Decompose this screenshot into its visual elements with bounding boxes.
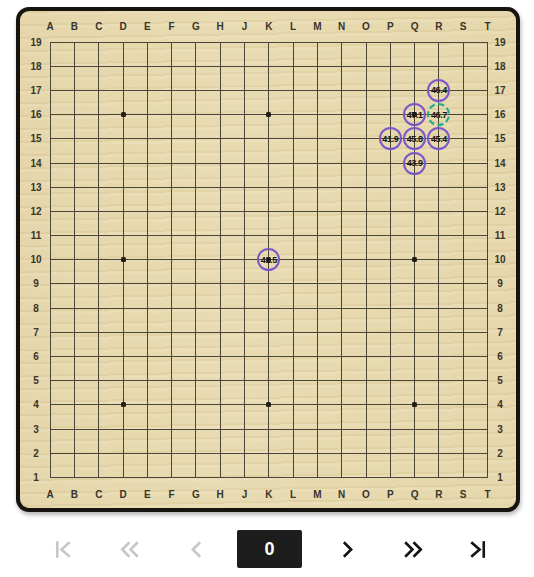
intersection-N17[interactable] (330, 78, 354, 102)
intersection-D8[interactable] (111, 296, 135, 320)
intersection-T13[interactable] (475, 175, 499, 199)
intersection-Q19[interactable] (402, 30, 426, 54)
intersection-J16[interactable] (232, 103, 256, 127)
intersection-D6[interactable] (111, 344, 135, 368)
intersection-L17[interactable] (281, 78, 305, 102)
intersection-N6[interactable] (330, 344, 354, 368)
intersection-F14[interactable] (159, 151, 183, 175)
intersection-H2[interactable] (208, 441, 232, 465)
analysis-mark-R16[interactable]: 46.7 (427, 103, 450, 126)
intersection-B4[interactable] (62, 393, 86, 417)
intersection-A2[interactable] (38, 441, 62, 465)
intersection-E3[interactable] (135, 417, 159, 441)
intersection-H19[interactable] (208, 30, 232, 54)
analysis-mark-R17[interactable]: 46.4 (427, 79, 450, 102)
intersection-Q10[interactable] (402, 248, 426, 272)
intersection-L6[interactable] (281, 344, 305, 368)
intersection-F12[interactable] (159, 199, 183, 223)
intersection-Q5[interactable] (402, 369, 426, 393)
intersection-J7[interactable] (232, 320, 256, 344)
intersection-L11[interactable] (281, 224, 305, 248)
intersection-L15[interactable] (281, 127, 305, 151)
intersection-C16[interactable] (87, 103, 111, 127)
intersection-Q4[interactable] (402, 393, 426, 417)
intersection-D9[interactable] (111, 272, 135, 296)
intersection-H18[interactable] (208, 54, 232, 78)
intersection-C3[interactable] (87, 417, 111, 441)
intersection-R15[interactable]: 45.4 (427, 127, 451, 151)
intersection-O1[interactable] (354, 465, 378, 489)
intersection-G17[interactable] (184, 78, 208, 102)
intersection-T15[interactable] (475, 127, 499, 151)
intersection-Q1[interactable] (402, 465, 426, 489)
intersection-B16[interactable] (62, 103, 86, 127)
intersection-L16[interactable] (281, 103, 305, 127)
intersection-C12[interactable] (87, 199, 111, 223)
intersection-K11[interactable] (257, 224, 281, 248)
intersection-J3[interactable] (232, 417, 256, 441)
intersection-F8[interactable] (159, 296, 183, 320)
intersection-D5[interactable] (111, 369, 135, 393)
intersection-P3[interactable] (378, 417, 402, 441)
intersection-J19[interactable] (232, 30, 256, 54)
intersection-S15[interactable] (451, 127, 475, 151)
intersection-O11[interactable] (354, 224, 378, 248)
intersection-D7[interactable] (111, 320, 135, 344)
intersection-B9[interactable] (62, 272, 86, 296)
intersection-K14[interactable] (257, 151, 281, 175)
nav-back-1-button[interactable] (174, 527, 218, 571)
intersection-R13[interactable] (427, 175, 451, 199)
intersection-O2[interactable] (354, 441, 378, 465)
intersection-Q6[interactable] (402, 344, 426, 368)
intersection-K7[interactable] (257, 320, 281, 344)
intersection-T11[interactable] (475, 224, 499, 248)
intersection-B6[interactable] (62, 344, 86, 368)
intersection-E11[interactable] (135, 224, 159, 248)
intersection-L10[interactable] (281, 248, 305, 272)
intersection-S17[interactable] (451, 78, 475, 102)
intersection-O16[interactable] (354, 103, 378, 127)
intersection-B10[interactable] (62, 248, 86, 272)
intersection-G6[interactable] (184, 344, 208, 368)
intersection-B15[interactable] (62, 127, 86, 151)
intersection-C5[interactable] (87, 369, 111, 393)
intersection-Q2[interactable] (402, 441, 426, 465)
analysis-mark-K10[interactable]: 41.5 (257, 248, 280, 271)
intersection-L7[interactable] (281, 320, 305, 344)
intersection-O18[interactable] (354, 54, 378, 78)
intersection-O12[interactable] (354, 199, 378, 223)
intersection-R19[interactable] (427, 30, 451, 54)
intersection-R16[interactable]: 46.7 (427, 103, 451, 127)
intersection-E1[interactable] (135, 465, 159, 489)
intersection-S14[interactable] (451, 151, 475, 175)
intersection-S3[interactable] (451, 417, 475, 441)
intersection-D4[interactable] (111, 393, 135, 417)
intersection-P13[interactable] (378, 175, 402, 199)
intersection-M15[interactable] (305, 127, 329, 151)
intersection-Q13[interactable] (402, 175, 426, 199)
intersection-C8[interactable] (87, 296, 111, 320)
intersection-K9[interactable] (257, 272, 281, 296)
intersection-K15[interactable] (257, 127, 281, 151)
intersection-P18[interactable] (378, 54, 402, 78)
intersection-B1[interactable] (62, 465, 86, 489)
intersection-G12[interactable] (184, 199, 208, 223)
intersection-M12[interactable] (305, 199, 329, 223)
intersection-M18[interactable] (305, 54, 329, 78)
intersection-F18[interactable] (159, 54, 183, 78)
intersection-S1[interactable] (451, 465, 475, 489)
intersection-S2[interactable] (451, 441, 475, 465)
intersection-Q11[interactable] (402, 224, 426, 248)
intersection-G8[interactable] (184, 296, 208, 320)
intersection-T3[interactable] (475, 417, 499, 441)
intersection-C10[interactable] (87, 248, 111, 272)
intersection-C15[interactable] (87, 127, 111, 151)
intersection-S13[interactable] (451, 175, 475, 199)
intersection-P7[interactable] (378, 320, 402, 344)
intersection-J4[interactable] (232, 393, 256, 417)
intersection-F6[interactable] (159, 344, 183, 368)
intersection-L9[interactable] (281, 272, 305, 296)
intersection-T5[interactable] (475, 369, 499, 393)
intersection-E16[interactable] (135, 103, 159, 127)
intersection-P5[interactable] (378, 369, 402, 393)
intersection-R12[interactable] (427, 199, 451, 223)
intersection-N19[interactable] (330, 30, 354, 54)
intersection-L18[interactable] (281, 54, 305, 78)
intersection-A15[interactable] (38, 127, 62, 151)
intersection-F10[interactable] (159, 248, 183, 272)
intersection-S19[interactable] (451, 30, 475, 54)
intersection-K17[interactable] (257, 78, 281, 102)
intersection-A14[interactable] (38, 151, 62, 175)
intersection-S16[interactable] (451, 103, 475, 127)
intersection-N13[interactable] (330, 175, 354, 199)
intersection-A10[interactable] (38, 248, 62, 272)
intersection-J11[interactable] (232, 224, 256, 248)
analysis-mark-Q16[interactable]: 47.1 (403, 103, 426, 126)
intersection-H14[interactable] (208, 151, 232, 175)
nav-last-button[interactable] (455, 527, 499, 571)
intersection-T19[interactable] (475, 30, 499, 54)
intersection-G7[interactable] (184, 320, 208, 344)
intersection-Q12[interactable] (402, 199, 426, 223)
intersection-L14[interactable] (281, 151, 305, 175)
intersection-N5[interactable] (330, 369, 354, 393)
intersection-G9[interactable] (184, 272, 208, 296)
intersection-L4[interactable] (281, 393, 305, 417)
intersection-A17[interactable] (38, 78, 62, 102)
intersection-C6[interactable] (87, 344, 111, 368)
intersection-K3[interactable] (257, 417, 281, 441)
intersection-T2[interactable] (475, 441, 499, 465)
intersection-L8[interactable] (281, 296, 305, 320)
intersection-F3[interactable] (159, 417, 183, 441)
intersection-O3[interactable] (354, 417, 378, 441)
intersection-D18[interactable] (111, 54, 135, 78)
intersection-R7[interactable] (427, 320, 451, 344)
intersection-H11[interactable] (208, 224, 232, 248)
nav-forward-10-button[interactable] (391, 527, 435, 571)
intersection-G1[interactable] (184, 465, 208, 489)
intersection-L1[interactable] (281, 465, 305, 489)
intersection-G3[interactable] (184, 417, 208, 441)
intersection-F15[interactable] (159, 127, 183, 151)
intersection-P9[interactable] (378, 272, 402, 296)
intersection-H12[interactable] (208, 199, 232, 223)
intersection-G19[interactable] (184, 30, 208, 54)
intersection-S9[interactable] (451, 272, 475, 296)
intersection-G16[interactable] (184, 103, 208, 127)
intersection-B14[interactable] (62, 151, 86, 175)
intersection-Q16[interactable]: 47.1 (402, 103, 426, 127)
intersection-M9[interactable] (305, 272, 329, 296)
intersection-C1[interactable] (87, 465, 111, 489)
intersection-P14[interactable] (378, 151, 402, 175)
intersection-E2[interactable] (135, 441, 159, 465)
intersection-A7[interactable] (38, 320, 62, 344)
intersection-B2[interactable] (62, 441, 86, 465)
intersection-N1[interactable] (330, 465, 354, 489)
intersection-D13[interactable] (111, 175, 135, 199)
intersection-F19[interactable] (159, 30, 183, 54)
intersection-S4[interactable] (451, 393, 475, 417)
intersection-K12[interactable] (257, 199, 281, 223)
intersection-D17[interactable] (111, 78, 135, 102)
intersection-C13[interactable] (87, 175, 111, 199)
intersection-S10[interactable] (451, 248, 475, 272)
intersection-D14[interactable] (111, 151, 135, 175)
intersection-A6[interactable] (38, 344, 62, 368)
intersection-E18[interactable] (135, 54, 159, 78)
intersection-T1[interactable] (475, 465, 499, 489)
intersection-A13[interactable] (38, 175, 62, 199)
intersection-M16[interactable] (305, 103, 329, 127)
intersection-J2[interactable] (232, 441, 256, 465)
intersection-N8[interactable] (330, 296, 354, 320)
intersection-P19[interactable] (378, 30, 402, 54)
intersection-M14[interactable] (305, 151, 329, 175)
intersection-N16[interactable] (330, 103, 354, 127)
intersection-H9[interactable] (208, 272, 232, 296)
intersection-J9[interactable] (232, 272, 256, 296)
intersection-O6[interactable] (354, 344, 378, 368)
intersection-E15[interactable] (135, 127, 159, 151)
intersection-T10[interactable] (475, 248, 499, 272)
intersection-P10[interactable] (378, 248, 402, 272)
intersection-A1[interactable] (38, 465, 62, 489)
intersection-O4[interactable] (354, 393, 378, 417)
intersection-G18[interactable] (184, 54, 208, 78)
intersection-A3[interactable] (38, 417, 62, 441)
intersection-H7[interactable] (208, 320, 232, 344)
intersection-C11[interactable] (87, 224, 111, 248)
intersection-K16[interactable] (257, 103, 281, 127)
analysis-mark-P15[interactable]: 41.9 (379, 127, 402, 150)
intersection-R4[interactable] (427, 393, 451, 417)
intersection-Q9[interactable] (402, 272, 426, 296)
intersection-R14[interactable] (427, 151, 451, 175)
analysis-mark-Q14[interactable]: 43.9 (403, 152, 426, 175)
intersection-R8[interactable] (427, 296, 451, 320)
intersection-E9[interactable] (135, 272, 159, 296)
intersection-N15[interactable] (330, 127, 354, 151)
intersection-B17[interactable] (62, 78, 86, 102)
intersection-B7[interactable] (62, 320, 86, 344)
intersection-R3[interactable] (427, 417, 451, 441)
intersection-C9[interactable] (87, 272, 111, 296)
intersection-F16[interactable] (159, 103, 183, 127)
intersection-E8[interactable] (135, 296, 159, 320)
intersection-Q8[interactable] (402, 296, 426, 320)
intersection-E4[interactable] (135, 393, 159, 417)
intersection-T9[interactable] (475, 272, 499, 296)
intersection-O19[interactable] (354, 30, 378, 54)
intersection-O14[interactable] (354, 151, 378, 175)
intersection-E17[interactable] (135, 78, 159, 102)
intersection-K1[interactable] (257, 465, 281, 489)
intersection-S18[interactable] (451, 54, 475, 78)
intersection-K6[interactable] (257, 344, 281, 368)
intersection-R9[interactable] (427, 272, 451, 296)
intersection-B18[interactable] (62, 54, 86, 78)
intersection-J13[interactable] (232, 175, 256, 199)
intersection-C14[interactable] (87, 151, 111, 175)
intersection-A4[interactable] (38, 393, 62, 417)
intersection-H13[interactable] (208, 175, 232, 199)
intersection-G5[interactable] (184, 369, 208, 393)
intersection-P2[interactable] (378, 441, 402, 465)
intersection-M19[interactable] (305, 30, 329, 54)
intersection-T8[interactable] (475, 296, 499, 320)
intersection-J14[interactable] (232, 151, 256, 175)
intersection-Q3[interactable] (402, 417, 426, 441)
intersection-D11[interactable] (111, 224, 135, 248)
intersection-B8[interactable] (62, 296, 86, 320)
intersection-K5[interactable] (257, 369, 281, 393)
intersection-N18[interactable] (330, 54, 354, 78)
intersection-R5[interactable] (427, 369, 451, 393)
intersection-F9[interactable] (159, 272, 183, 296)
intersection-B19[interactable] (62, 30, 86, 54)
intersection-D2[interactable] (111, 441, 135, 465)
intersection-E13[interactable] (135, 175, 159, 199)
intersection-B5[interactable] (62, 369, 86, 393)
intersection-O8[interactable] (354, 296, 378, 320)
intersection-F4[interactable] (159, 393, 183, 417)
intersection-M5[interactable] (305, 369, 329, 393)
intersection-F11[interactable] (159, 224, 183, 248)
intersection-G4[interactable] (184, 393, 208, 417)
intersection-L19[interactable] (281, 30, 305, 54)
intersection-N3[interactable] (330, 417, 354, 441)
intersection-T17[interactable] (475, 78, 499, 102)
intersection-M13[interactable] (305, 175, 329, 199)
intersection-A5[interactable] (38, 369, 62, 393)
intersection-F5[interactable] (159, 369, 183, 393)
intersection-P1[interactable] (378, 465, 402, 489)
intersection-M10[interactable] (305, 248, 329, 272)
intersection-M6[interactable] (305, 344, 329, 368)
intersection-J6[interactable] (232, 344, 256, 368)
intersection-P17[interactable] (378, 78, 402, 102)
intersection-H8[interactable] (208, 296, 232, 320)
intersection-H1[interactable] (208, 465, 232, 489)
intersection-E19[interactable] (135, 30, 159, 54)
intersection-C4[interactable] (87, 393, 111, 417)
intersection-K10[interactable]: 41.5 (257, 248, 281, 272)
intersection-M4[interactable] (305, 393, 329, 417)
intersection-H16[interactable] (208, 103, 232, 127)
intersection-L12[interactable] (281, 199, 305, 223)
intersection-C18[interactable] (87, 54, 111, 78)
intersection-G2[interactable] (184, 441, 208, 465)
intersection-D16[interactable] (111, 103, 135, 127)
intersection-J10[interactable] (232, 248, 256, 272)
intersection-D10[interactable] (111, 248, 135, 272)
intersection-T6[interactable] (475, 344, 499, 368)
intersection-L5[interactable] (281, 369, 305, 393)
intersection-G10[interactable] (184, 248, 208, 272)
intersection-A12[interactable] (38, 199, 62, 223)
intersection-G13[interactable] (184, 175, 208, 199)
intersection-S7[interactable] (451, 320, 475, 344)
intersection-A8[interactable] (38, 296, 62, 320)
intersection-A18[interactable] (38, 54, 62, 78)
nav-back-10-button[interactable] (107, 527, 151, 571)
intersection-P8[interactable] (378, 296, 402, 320)
intersection-P15[interactable]: 41.9 (378, 127, 402, 151)
intersection-C17[interactable] (87, 78, 111, 102)
intersection-B11[interactable] (62, 224, 86, 248)
intersection-R18[interactable] (427, 54, 451, 78)
intersection-C7[interactable] (87, 320, 111, 344)
intersection-K13[interactable] (257, 175, 281, 199)
intersection-C2[interactable] (87, 441, 111, 465)
intersection-F1[interactable] (159, 465, 183, 489)
intersection-B13[interactable] (62, 175, 86, 199)
intersection-O7[interactable] (354, 320, 378, 344)
analysis-mark-Q15[interactable]: 45.8 (403, 127, 426, 150)
intersection-H6[interactable] (208, 344, 232, 368)
intersection-A9[interactable] (38, 272, 62, 296)
intersection-E6[interactable] (135, 344, 159, 368)
intersection-N14[interactable] (330, 151, 354, 175)
intersection-T7[interactable] (475, 320, 499, 344)
intersection-T16[interactable] (475, 103, 499, 127)
intersection-M11[interactable] (305, 224, 329, 248)
intersection-M8[interactable] (305, 296, 329, 320)
intersection-E14[interactable] (135, 151, 159, 175)
intersection-T14[interactable] (475, 151, 499, 175)
intersection-O5[interactable] (354, 369, 378, 393)
intersection-S6[interactable] (451, 344, 475, 368)
intersection-Q14[interactable]: 43.9 (402, 151, 426, 175)
intersection-C19[interactable] (87, 30, 111, 54)
intersection-J18[interactable] (232, 54, 256, 78)
intersection-P6[interactable] (378, 344, 402, 368)
intersection-J1[interactable] (232, 465, 256, 489)
intersection-B3[interactable] (62, 417, 86, 441)
intersection-R17[interactable]: 46.4 (427, 78, 451, 102)
intersection-K2[interactable] (257, 441, 281, 465)
intersection-Q17[interactable] (402, 78, 426, 102)
analysis-mark-R15[interactable]: 45.4 (427, 127, 450, 150)
intersection-L13[interactable] (281, 175, 305, 199)
